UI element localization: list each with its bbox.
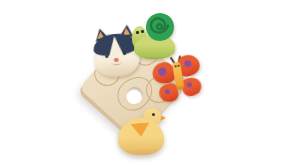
butterfly-piece (150, 50, 207, 110)
snail-piece (132, 12, 177, 60)
chick-piece (116, 106, 168, 158)
snail-eye (136, 31, 139, 34)
product-photo (0, 0, 293, 165)
snail-shell (143, 10, 177, 44)
chick-eye (152, 113, 155, 116)
butterfly-wing (181, 76, 203, 97)
butterfly-eye (174, 65, 176, 67)
